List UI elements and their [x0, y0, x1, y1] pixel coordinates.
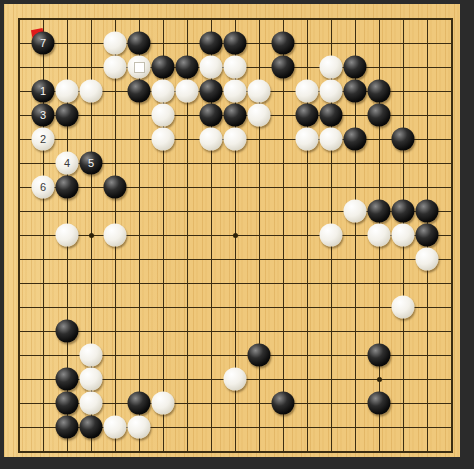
stone-black: 7	[32, 32, 55, 55]
stone-black	[56, 392, 79, 415]
go-board[interactable]: 7132456	[19, 19, 452, 452]
stone-black	[56, 104, 79, 127]
stone-white	[296, 80, 319, 103]
stone-black	[80, 416, 103, 439]
stone-white	[80, 80, 103, 103]
stone-black	[248, 344, 271, 367]
stone-white	[152, 128, 175, 151]
stone-black	[392, 128, 415, 151]
move-number-label: 1	[40, 86, 46, 97]
go-app-window: 7132456	[0, 0, 474, 469]
stone-white	[152, 80, 175, 103]
stone-white	[248, 80, 271, 103]
stone-white	[320, 128, 343, 151]
stone-black	[56, 416, 79, 439]
square-marker	[135, 63, 144, 72]
stone-white	[80, 344, 103, 367]
stone-white	[200, 56, 223, 79]
stone-white	[344, 200, 367, 223]
stone-white	[80, 368, 103, 391]
move-number-label: 2	[40, 134, 46, 145]
stone-white	[320, 80, 343, 103]
stone-black	[416, 224, 439, 247]
stone-white	[368, 224, 391, 247]
goban-wood-surface: 7132456	[4, 4, 460, 457]
stone-white	[176, 80, 199, 103]
stone-black	[344, 80, 367, 103]
stone-black: 3	[32, 104, 55, 127]
stone-white	[320, 56, 343, 79]
stone-black	[224, 104, 247, 127]
stone-black	[200, 80, 223, 103]
stone-black: 1	[32, 80, 55, 103]
stone-black	[128, 392, 151, 415]
stone-white	[392, 224, 415, 247]
stone-white: 2	[32, 128, 55, 151]
stone-white	[80, 392, 103, 415]
stone-white	[296, 128, 319, 151]
stone-white	[56, 80, 79, 103]
stone-white	[248, 104, 271, 127]
stone-white	[392, 296, 415, 319]
stone-black	[416, 200, 439, 223]
stone-black	[56, 368, 79, 391]
stone-black	[224, 32, 247, 55]
stone-white	[128, 416, 151, 439]
move-number-label: 5	[88, 158, 94, 169]
stone-black	[200, 32, 223, 55]
stone-white	[104, 56, 127, 79]
stone-black	[344, 56, 367, 79]
stone-white	[224, 56, 247, 79]
move-number-label: 3	[40, 110, 46, 121]
stone-black	[296, 104, 319, 127]
stone-black	[176, 56, 199, 79]
stone-white: 4	[56, 152, 79, 175]
stone-white	[152, 392, 175, 415]
stone-black	[128, 80, 151, 103]
stone-black	[368, 392, 391, 415]
stone-black	[272, 392, 295, 415]
star-point	[89, 233, 94, 238]
stone-black	[104, 176, 127, 199]
stone-black	[320, 104, 343, 127]
stone-black	[368, 80, 391, 103]
stone-white	[224, 80, 247, 103]
stone-white	[104, 32, 127, 55]
stone-black	[272, 32, 295, 55]
stone-white	[104, 224, 127, 247]
stone-black: 5	[80, 152, 103, 175]
stone-black	[152, 56, 175, 79]
stone-black	[272, 56, 295, 79]
stone-white	[152, 104, 175, 127]
move-number-label: 4	[64, 158, 70, 169]
stone-black	[368, 200, 391, 223]
move-number-label: 6	[40, 182, 46, 193]
stone-black	[56, 176, 79, 199]
stone-black	[392, 200, 415, 223]
stone-white	[200, 128, 223, 151]
star-point	[377, 377, 382, 382]
stone-white	[416, 248, 439, 271]
stone-black	[344, 128, 367, 151]
stone-white	[56, 224, 79, 247]
stone-white: 6	[32, 176, 55, 199]
stone-black	[368, 104, 391, 127]
stone-white	[320, 224, 343, 247]
stone-white	[104, 416, 127, 439]
star-point	[233, 233, 238, 238]
stone-black	[128, 32, 151, 55]
stone-black	[56, 320, 79, 343]
stone-white	[224, 368, 247, 391]
stone-white	[224, 128, 247, 151]
stone-black	[200, 104, 223, 127]
stone-black	[368, 344, 391, 367]
move-number-label: 7	[40, 38, 46, 49]
